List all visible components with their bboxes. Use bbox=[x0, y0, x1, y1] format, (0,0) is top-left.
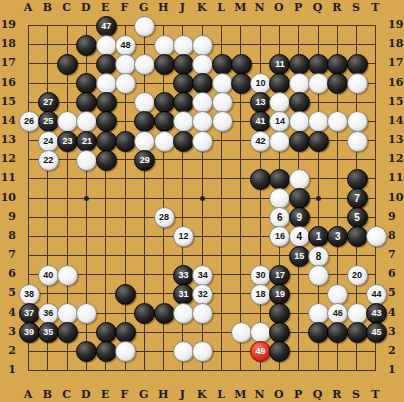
col-label-bottom-E: E bbox=[98, 389, 112, 401]
stone-N2[interactable]: 49 bbox=[250, 341, 271, 362]
stone-B3[interactable]: 35 bbox=[38, 322, 59, 343]
row-label-right-6: 6 bbox=[388, 268, 404, 280]
row-label-right-10: 10 bbox=[388, 192, 404, 204]
goban[interactable]: AABBCCDDEEFFGGHHJJKKLLMMNNOOPPQQRRSSTT19… bbox=[0, 0, 404, 402]
stone-K4[interactable] bbox=[192, 303, 213, 324]
stone-N6[interactable]: 30 bbox=[250, 265, 271, 286]
row-label-left-9: 9 bbox=[0, 211, 16, 223]
stone-P10[interactable] bbox=[289, 188, 310, 209]
stone-Q16[interactable] bbox=[308, 73, 329, 94]
stone-E3[interactable] bbox=[96, 322, 117, 343]
stone-A3[interactable]: 39 bbox=[19, 322, 40, 343]
stone-F16[interactable] bbox=[115, 73, 136, 94]
stone-B15[interactable]: 27 bbox=[38, 92, 59, 113]
stone-E12[interactable] bbox=[96, 150, 117, 171]
col-label-bottom-B: B bbox=[40, 389, 54, 401]
row-label-right-2: 2 bbox=[388, 345, 404, 357]
col-label-bottom-F: F bbox=[118, 389, 132, 401]
row-label-left-12: 12 bbox=[0, 153, 16, 165]
col-label-top-D: D bbox=[79, 2, 93, 14]
col-label-top-O: O bbox=[272, 2, 286, 14]
stone-F5[interactable] bbox=[115, 284, 136, 305]
stone-O16[interactable] bbox=[269, 73, 290, 94]
stone-C3[interactable] bbox=[57, 322, 78, 343]
col-label-top-T: T bbox=[368, 2, 382, 14]
row-label-right-14: 14 bbox=[388, 115, 404, 127]
stone-P8[interactable]: 4 bbox=[289, 226, 310, 247]
stone-B13[interactable]: 24 bbox=[38, 131, 59, 152]
stone-S13[interactable] bbox=[347, 131, 368, 152]
row-label-right-19: 19 bbox=[388, 19, 404, 31]
stone-C6[interactable] bbox=[57, 265, 78, 286]
stone-R14[interactable] bbox=[327, 111, 348, 132]
row-label-left-13: 13 bbox=[0, 134, 16, 146]
stone-T8[interactable] bbox=[366, 226, 387, 247]
stone-E13[interactable] bbox=[96, 131, 117, 152]
row-label-left-6: 6 bbox=[0, 268, 16, 280]
stone-O13[interactable] bbox=[269, 131, 290, 152]
stone-J16[interactable] bbox=[173, 73, 194, 94]
col-label-bottom-G: G bbox=[137, 389, 151, 401]
star-point-D10 bbox=[84, 196, 89, 201]
stone-K14[interactable] bbox=[192, 111, 213, 132]
stone-G12[interactable]: 29 bbox=[134, 150, 155, 171]
stone-F17[interactable] bbox=[115, 54, 136, 75]
stone-H18[interactable] bbox=[154, 35, 175, 56]
stone-Q13[interactable] bbox=[308, 131, 329, 152]
stone-O14[interactable]: 14 bbox=[269, 111, 290, 132]
stone-H14[interactable] bbox=[154, 111, 175, 132]
stone-P16[interactable] bbox=[289, 73, 310, 94]
col-label-top-E: E bbox=[98, 2, 112, 14]
stone-H13[interactable] bbox=[154, 131, 175, 152]
row-label-right-15: 15 bbox=[388, 96, 404, 108]
stone-O15[interactable] bbox=[269, 92, 290, 113]
row-label-right-8: 8 bbox=[388, 230, 404, 242]
stone-A5[interactable]: 38 bbox=[19, 284, 40, 305]
stone-O5[interactable]: 19 bbox=[269, 284, 290, 305]
stone-K16[interactable] bbox=[192, 73, 213, 94]
stone-J5[interactable]: 31 bbox=[173, 284, 194, 305]
col-label-bottom-N: N bbox=[253, 389, 267, 401]
stone-B12[interactable]: 22 bbox=[38, 150, 59, 171]
stone-K18[interactable] bbox=[192, 35, 213, 56]
row-label-right-7: 7 bbox=[388, 249, 404, 261]
stone-J14[interactable] bbox=[173, 111, 194, 132]
stone-O11[interactable] bbox=[269, 169, 290, 190]
stone-J13[interactable] bbox=[173, 131, 194, 152]
col-label-bottom-D: D bbox=[79, 389, 93, 401]
stone-E15[interactable] bbox=[96, 92, 117, 113]
row-label-right-12: 12 bbox=[388, 153, 404, 165]
stone-L16[interactable] bbox=[212, 73, 233, 94]
stone-S9[interactable]: 5 bbox=[347, 207, 368, 228]
stone-O17[interactable]: 11 bbox=[269, 54, 290, 75]
stone-S6[interactable]: 20 bbox=[347, 265, 368, 286]
stone-P13[interactable] bbox=[289, 131, 310, 152]
col-label-top-B: B bbox=[40, 2, 54, 14]
stone-E19[interactable]: 47 bbox=[96, 16, 117, 37]
col-label-top-M: M bbox=[233, 2, 247, 14]
stone-D15[interactable] bbox=[76, 92, 97, 113]
row-label-right-18: 18 bbox=[388, 38, 404, 50]
stone-R16[interactable] bbox=[327, 73, 348, 94]
stone-N14[interactable]: 41 bbox=[250, 111, 271, 132]
stone-J18[interactable] bbox=[173, 35, 194, 56]
stone-O10[interactable] bbox=[269, 188, 290, 209]
stone-B4[interactable]: 36 bbox=[38, 303, 59, 324]
col-label-top-C: C bbox=[60, 2, 74, 14]
stone-G4[interactable] bbox=[134, 303, 155, 324]
row-label-left-14: 14 bbox=[0, 115, 16, 127]
stone-P17[interactable] bbox=[289, 54, 310, 75]
row-label-right-4: 4 bbox=[388, 307, 404, 319]
row-label-left-19: 19 bbox=[0, 19, 16, 31]
col-label-top-G: G bbox=[137, 2, 151, 14]
row-label-left-4: 4 bbox=[0, 307, 16, 319]
stone-D13[interactable]: 21 bbox=[76, 131, 97, 152]
stone-N11[interactable] bbox=[250, 169, 271, 190]
stone-K2[interactable] bbox=[192, 341, 213, 362]
stone-R8[interactable]: 3 bbox=[327, 226, 348, 247]
stone-O4[interactable] bbox=[269, 303, 290, 324]
stone-F3[interactable] bbox=[115, 322, 136, 343]
stone-Q17[interactable] bbox=[308, 54, 329, 75]
stone-J17[interactable] bbox=[173, 54, 194, 75]
col-label-bottom-C: C bbox=[60, 389, 74, 401]
stone-J6[interactable]: 33 bbox=[173, 265, 194, 286]
stone-Q7[interactable]: 8 bbox=[308, 246, 329, 267]
stone-C14[interactable] bbox=[57, 111, 78, 132]
stone-C17[interactable] bbox=[57, 54, 78, 75]
stone-N5[interactable]: 18 bbox=[250, 284, 271, 305]
stone-O8[interactable]: 16 bbox=[269, 226, 290, 247]
stone-E16[interactable] bbox=[96, 73, 117, 94]
stone-R3[interactable] bbox=[327, 322, 348, 343]
col-label-top-N: N bbox=[253, 2, 267, 14]
col-label-bottom-T: T bbox=[368, 389, 382, 401]
stone-N3[interactable] bbox=[250, 322, 271, 343]
row-label-right-1: 1 bbox=[388, 364, 404, 376]
row-label-left-10: 10 bbox=[0, 192, 16, 204]
stone-Q14[interactable] bbox=[308, 111, 329, 132]
row-label-left-8: 8 bbox=[0, 230, 16, 242]
stone-J15[interactable] bbox=[173, 92, 194, 113]
col-label-top-Q: Q bbox=[311, 2, 325, 14]
stone-D18[interactable] bbox=[76, 35, 97, 56]
stone-S16[interactable] bbox=[347, 73, 368, 94]
col-label-top-S: S bbox=[349, 2, 363, 14]
stone-S8[interactable] bbox=[347, 226, 368, 247]
stone-F13[interactable] bbox=[115, 131, 136, 152]
row-label-left-15: 15 bbox=[0, 96, 16, 108]
stone-E18[interactable] bbox=[96, 35, 117, 56]
stone-D4[interactable] bbox=[76, 303, 97, 324]
stone-J8[interactable]: 12 bbox=[173, 226, 194, 247]
stone-T4[interactable]: 43 bbox=[366, 303, 387, 324]
star-point-Q10 bbox=[316, 196, 321, 201]
col-label-bottom-P: P bbox=[291, 389, 305, 401]
stone-R5[interactable] bbox=[327, 284, 348, 305]
stone-K17[interactable] bbox=[192, 54, 213, 75]
row-label-right-16: 16 bbox=[388, 77, 404, 89]
stone-G17[interactable] bbox=[134, 54, 155, 75]
stone-Q6[interactable] bbox=[308, 265, 329, 286]
stone-S17[interactable] bbox=[347, 54, 368, 75]
col-label-top-J: J bbox=[175, 2, 189, 14]
col-label-bottom-Q: Q bbox=[311, 389, 325, 401]
row-label-left-16: 16 bbox=[0, 77, 16, 89]
row-label-left-18: 18 bbox=[0, 38, 16, 50]
row-label-left-11: 11 bbox=[0, 172, 16, 184]
row-label-right-5: 5 bbox=[388, 287, 404, 299]
stone-Q8[interactable]: 1 bbox=[308, 226, 329, 247]
stone-E2[interactable] bbox=[96, 341, 117, 362]
stone-G14[interactable] bbox=[134, 111, 155, 132]
stone-A4[interactable]: 37 bbox=[19, 303, 40, 324]
col-label-top-L: L bbox=[214, 2, 228, 14]
row-label-left-5: 5 bbox=[0, 287, 16, 299]
stone-L14[interactable] bbox=[212, 111, 233, 132]
stone-D2[interactable] bbox=[76, 341, 97, 362]
star-point-K10 bbox=[200, 196, 205, 201]
stone-Q3[interactable] bbox=[308, 322, 329, 343]
stone-P7[interactable]: 15 bbox=[289, 246, 310, 267]
col-label-bottom-J: J bbox=[175, 389, 189, 401]
stone-D14[interactable] bbox=[76, 111, 97, 132]
stone-H15[interactable] bbox=[154, 92, 175, 113]
stone-H4[interactable] bbox=[154, 303, 175, 324]
row-label-right-3: 3 bbox=[388, 326, 404, 338]
col-label-bottom-R: R bbox=[330, 389, 344, 401]
row-label-left-7: 7 bbox=[0, 249, 16, 261]
stone-G15[interactable] bbox=[134, 92, 155, 113]
stone-O3[interactable] bbox=[269, 322, 290, 343]
stone-N13[interactable]: 42 bbox=[250, 131, 271, 152]
stone-L15[interactable] bbox=[212, 92, 233, 113]
col-label-top-R: R bbox=[330, 2, 344, 14]
col-label-bottom-H: H bbox=[156, 389, 170, 401]
stone-Q4[interactable] bbox=[308, 303, 329, 324]
col-label-top-P: P bbox=[291, 2, 305, 14]
stone-S11[interactable] bbox=[347, 169, 368, 190]
stone-F18[interactable]: 48 bbox=[115, 35, 136, 56]
stone-O2[interactable] bbox=[269, 341, 290, 362]
col-label-bottom-L: L bbox=[214, 389, 228, 401]
stone-B14[interactable]: 25 bbox=[38, 111, 59, 132]
stone-T3[interactable]: 45 bbox=[366, 322, 387, 343]
stone-D16[interactable] bbox=[76, 73, 97, 94]
stone-C13[interactable]: 23 bbox=[57, 131, 78, 152]
stone-C4[interactable] bbox=[57, 303, 78, 324]
stone-N15[interactable]: 13 bbox=[250, 92, 271, 113]
col-label-top-H: H bbox=[156, 2, 170, 14]
stone-E17[interactable] bbox=[96, 54, 117, 75]
row-label-right-11: 11 bbox=[388, 172, 404, 184]
stone-P9[interactable]: 9 bbox=[289, 207, 310, 228]
stone-H9[interactable]: 28 bbox=[154, 207, 175, 228]
stone-R4[interactable]: 46 bbox=[327, 303, 348, 324]
row-label-left-17: 17 bbox=[0, 57, 16, 69]
row-label-left-3: 3 bbox=[0, 326, 16, 338]
stone-G19[interactable] bbox=[134, 16, 155, 37]
row-label-left-2: 2 bbox=[0, 345, 16, 357]
stone-O6[interactable]: 17 bbox=[269, 265, 290, 286]
row-label-right-9: 9 bbox=[388, 211, 404, 223]
row-label-left-1: 1 bbox=[0, 364, 16, 376]
col-label-bottom-A: A bbox=[21, 389, 35, 401]
stone-J2[interactable] bbox=[173, 341, 194, 362]
col-label-bottom-M: M bbox=[233, 389, 247, 401]
stone-F2[interactable] bbox=[115, 341, 136, 362]
stone-H17[interactable] bbox=[154, 54, 175, 75]
stone-O9[interactable]: 6 bbox=[269, 207, 290, 228]
stone-K15[interactable] bbox=[192, 92, 213, 113]
stone-G13[interactable] bbox=[134, 131, 155, 152]
stone-N16[interactable]: 10 bbox=[250, 73, 271, 94]
row-label-right-13: 13 bbox=[388, 134, 404, 146]
stone-M17[interactable] bbox=[231, 54, 252, 75]
stone-K5[interactable]: 32 bbox=[192, 284, 213, 305]
col-label-top-A: A bbox=[21, 2, 35, 14]
row-label-right-17: 17 bbox=[388, 57, 404, 69]
stone-D12[interactable] bbox=[76, 150, 97, 171]
stone-P11[interactable] bbox=[289, 169, 310, 190]
stone-L17[interactable] bbox=[212, 54, 233, 75]
stone-M3[interactable] bbox=[231, 322, 252, 343]
col-label-top-K: K bbox=[195, 2, 209, 14]
stone-S3[interactable] bbox=[347, 322, 368, 343]
stone-S4[interactable] bbox=[347, 303, 368, 324]
stone-A14[interactable]: 26 bbox=[19, 111, 40, 132]
col-label-bottom-S: S bbox=[349, 389, 363, 401]
col-label-bottom-O: O bbox=[272, 389, 286, 401]
stone-K13[interactable] bbox=[192, 131, 213, 152]
stone-P14[interactable] bbox=[289, 111, 310, 132]
stone-S10[interactable]: 7 bbox=[347, 188, 368, 209]
stone-S14[interactable] bbox=[347, 111, 368, 132]
stone-J4[interactable] bbox=[173, 303, 194, 324]
stone-E14[interactable] bbox=[96, 111, 117, 132]
stone-R17[interactable] bbox=[327, 54, 348, 75]
stone-P15[interactable] bbox=[289, 92, 310, 113]
stone-K6[interactable]: 34 bbox=[192, 265, 213, 286]
stone-M16[interactable] bbox=[231, 73, 252, 94]
stone-T5[interactable]: 44 bbox=[366, 284, 387, 305]
stone-B6[interactable]: 40 bbox=[38, 265, 59, 286]
col-label-top-F: F bbox=[118, 2, 132, 14]
col-label-bottom-K: K bbox=[195, 389, 209, 401]
